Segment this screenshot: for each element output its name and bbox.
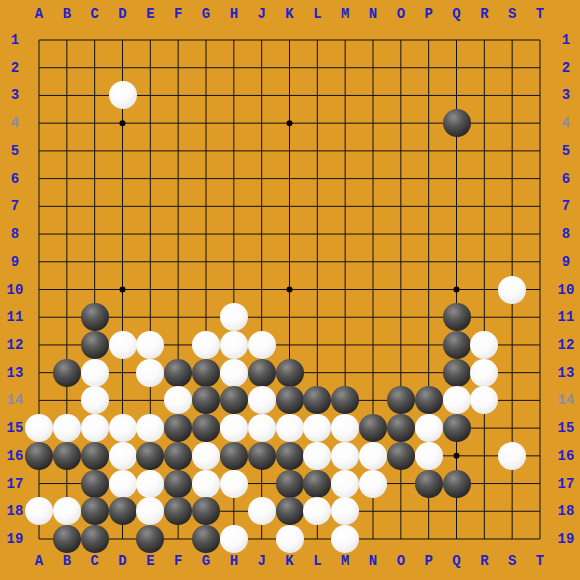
row-label-right: 19 [558, 532, 575, 546]
column-label-top: J [257, 7, 265, 21]
column-label-bottom: A [35, 554, 43, 568]
column-label-bottom: D [118, 554, 126, 568]
row-label-left: 17 [7, 477, 24, 491]
row-label-right: 4 [562, 116, 570, 130]
row-label-right: 13 [558, 366, 575, 380]
row-label-left: 3 [11, 88, 19, 102]
column-label-bottom: G [202, 554, 210, 568]
row-label-left: 5 [11, 144, 19, 158]
column-label-bottom: N [369, 554, 377, 568]
row-label-left: 19 [7, 532, 24, 546]
row-label-left: 2 [11, 61, 19, 75]
column-label-top: O [397, 7, 405, 21]
row-label-right: 12 [558, 338, 575, 352]
column-label-top: B [63, 7, 71, 21]
row-label-left: 1 [11, 33, 19, 47]
column-label-top: P [424, 7, 432, 21]
row-label-left: 13 [7, 366, 24, 380]
column-label-bottom: H [230, 554, 238, 568]
row-label-left: 6 [11, 172, 19, 186]
column-label-top: G [202, 7, 210, 21]
column-label-bottom: B [63, 554, 71, 568]
row-label-left: 7 [11, 199, 19, 213]
row-label-right: 11 [558, 310, 575, 324]
column-label-top: D [118, 7, 126, 21]
go-board[interactable]: AABBCCDDEEFFGGHHJJKKLLMMNNOOPPQQRRSSTT11… [0, 0, 580, 580]
row-label-left: 9 [11, 255, 19, 269]
row-label-right: 6 [562, 172, 570, 186]
column-label-bottom: L [313, 554, 321, 568]
row-label-right: 3 [562, 88, 570, 102]
row-label-right: 2 [562, 61, 570, 75]
column-label-top: N [369, 7, 377, 21]
row-label-right: 1 [562, 33, 570, 47]
column-label-top: M [341, 7, 349, 21]
row-label-right: 14 [558, 393, 575, 407]
row-label-left: 10 [7, 283, 24, 297]
column-label-bottom: F [174, 554, 182, 568]
column-label-top: H [230, 7, 238, 21]
row-label-right: 5 [562, 144, 570, 158]
row-label-right: 8 [562, 227, 570, 241]
column-label-bottom: P [424, 554, 432, 568]
column-label-top: Q [452, 7, 460, 21]
column-label-top: S [508, 7, 516, 21]
row-label-right: 18 [558, 504, 575, 518]
row-label-right: 10 [558, 283, 575, 297]
column-label-bottom: O [397, 554, 405, 568]
row-label-left: 12 [7, 338, 24, 352]
row-label-left: 4 [11, 116, 19, 130]
row-label-left: 8 [11, 227, 19, 241]
row-label-left: 11 [7, 310, 24, 324]
column-label-top: R [480, 7, 488, 21]
row-label-left: 15 [7, 421, 24, 435]
row-label-right: 17 [558, 477, 575, 491]
column-label-top: A [35, 7, 43, 21]
column-label-top: K [285, 7, 293, 21]
column-label-bottom: E [146, 554, 154, 568]
column-label-bottom: S [508, 554, 516, 568]
column-label-bottom: M [341, 554, 349, 568]
row-label-right: 15 [558, 421, 575, 435]
column-label-bottom: K [285, 554, 293, 568]
row-label-left: 14 [7, 393, 24, 407]
column-label-top: L [313, 7, 321, 21]
column-label-bottom: Q [452, 554, 460, 568]
row-label-right: 7 [562, 199, 570, 213]
row-label-right: 9 [562, 255, 570, 269]
column-label-bottom: J [257, 554, 265, 568]
row-label-left: 18 [7, 504, 24, 518]
column-label-bottom: T [536, 554, 544, 568]
row-label-left: 16 [7, 449, 24, 463]
column-label-top: T [536, 7, 544, 21]
column-label-top: F [174, 7, 182, 21]
column-label-bottom: C [90, 554, 98, 568]
column-label-top: E [146, 7, 154, 21]
row-label-right: 16 [558, 449, 575, 463]
coordinate-labels: AABBCCDDEEFFGGHHJJKKLLMMNNOOPPQQRRSSTT11… [0, 0, 580, 580]
column-label-top: C [90, 7, 98, 21]
column-label-bottom: R [480, 554, 488, 568]
